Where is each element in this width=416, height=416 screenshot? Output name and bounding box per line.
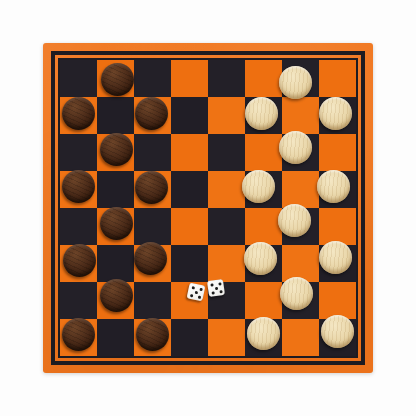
square-c2[interactable]: [134, 282, 171, 319]
square-h5[interactable]: [319, 171, 356, 208]
light-checker-piece[interactable]: [278, 204, 311, 237]
square-g4[interactable]: [282, 208, 319, 245]
scene: [0, 0, 416, 416]
checkers-mat: [43, 43, 373, 373]
square-c7[interactable]: [134, 97, 171, 134]
square-b1[interactable]: [97, 319, 134, 356]
light-checker-piece[interactable]: [242, 170, 275, 203]
square-e3[interactable]: [208, 245, 245, 282]
square-f8[interactable]: [245, 60, 282, 97]
square-e7[interactable]: [208, 97, 245, 134]
square-f7[interactable]: [245, 97, 282, 134]
square-g8[interactable]: [282, 60, 319, 97]
dark-checker-piece[interactable]: [63, 244, 96, 277]
light-checker-piece[interactable]: [279, 66, 312, 99]
light-checker-piece[interactable]: [319, 241, 352, 274]
dark-checker-piece[interactable]: [100, 207, 133, 240]
square-g2[interactable]: [282, 282, 319, 319]
dark-checker-piece[interactable]: [135, 171, 168, 204]
square-d6[interactable]: [171, 134, 208, 171]
square-a8[interactable]: [60, 60, 97, 97]
square-g5[interactable]: [282, 171, 319, 208]
square-g7[interactable]: [282, 97, 319, 134]
square-b8[interactable]: [97, 60, 134, 97]
square-e8[interactable]: [208, 60, 245, 97]
square-d5[interactable]: [171, 171, 208, 208]
square-e1[interactable]: [208, 319, 245, 356]
die-2-showing-5[interactable]: [207, 279, 225, 297]
square-b6[interactable]: [97, 134, 134, 171]
square-a4[interactable]: [60, 208, 97, 245]
dark-checker-piece[interactable]: [62, 97, 95, 130]
square-d4[interactable]: [171, 208, 208, 245]
square-b5[interactable]: [97, 171, 134, 208]
square-c1[interactable]: [134, 319, 171, 356]
square-d7[interactable]: [171, 97, 208, 134]
light-checker-piece[interactable]: [279, 131, 312, 164]
die-pip: [219, 290, 222, 293]
dark-checker-piece[interactable]: [100, 279, 133, 312]
light-checker-piece[interactable]: [321, 315, 354, 348]
square-b3[interactable]: [97, 245, 134, 282]
square-a7[interactable]: [60, 97, 97, 134]
square-f1[interactable]: [245, 319, 282, 356]
dark-checker-piece[interactable]: [134, 242, 167, 275]
square-c5[interactable]: [134, 171, 171, 208]
square-a6[interactable]: [60, 134, 97, 171]
square-b4[interactable]: [97, 208, 134, 245]
square-c3[interactable]: [134, 245, 171, 282]
square-b7[interactable]: [97, 97, 134, 134]
light-checker-piece[interactable]: [280, 277, 313, 310]
square-d1[interactable]: [171, 319, 208, 356]
checkerboard: [60, 60, 356, 356]
light-checker-piece[interactable]: [244, 242, 277, 275]
square-c6[interactable]: [134, 134, 171, 171]
die-pip: [197, 295, 201, 299]
square-h8[interactable]: [319, 60, 356, 97]
square-a5[interactable]: [60, 171, 97, 208]
square-g3[interactable]: [282, 245, 319, 282]
square-a3[interactable]: [60, 245, 97, 282]
light-checker-piece[interactable]: [317, 170, 350, 203]
dark-checker-piece[interactable]: [136, 318, 169, 351]
square-a1[interactable]: [60, 319, 97, 356]
square-f6[interactable]: [245, 134, 282, 171]
die-1-showing-5[interactable]: [187, 283, 206, 302]
square-h4[interactable]: [319, 208, 356, 245]
dark-checker-piece[interactable]: [101, 63, 134, 96]
square-g1[interactable]: [282, 319, 319, 356]
square-f3[interactable]: [245, 245, 282, 282]
square-h1[interactable]: [319, 319, 356, 356]
square-h2[interactable]: [319, 282, 356, 319]
square-h7[interactable]: [319, 97, 356, 134]
dark-checker-piece[interactable]: [135, 97, 168, 130]
square-c4[interactable]: [134, 208, 171, 245]
square-f5[interactable]: [245, 171, 282, 208]
square-e6[interactable]: [208, 134, 245, 171]
square-d3[interactable]: [171, 245, 208, 282]
dark-checker-piece[interactable]: [100, 133, 133, 166]
square-g6[interactable]: [282, 134, 319, 171]
square-f2[interactable]: [245, 282, 282, 319]
square-d8[interactable]: [171, 60, 208, 97]
square-e5[interactable]: [208, 171, 245, 208]
square-b2[interactable]: [97, 282, 134, 319]
square-h3[interactable]: [319, 245, 356, 282]
square-c8[interactable]: [134, 60, 171, 97]
light-checker-piece[interactable]: [245, 97, 278, 130]
dark-checker-piece[interactable]: [62, 318, 95, 351]
light-checker-piece[interactable]: [319, 97, 352, 130]
square-a2[interactable]: [60, 282, 97, 319]
dark-checker-piece[interactable]: [62, 170, 95, 203]
square-h6[interactable]: [319, 134, 356, 171]
light-checker-piece[interactable]: [247, 317, 280, 350]
square-e4[interactable]: [208, 208, 245, 245]
square-f4[interactable]: [245, 208, 282, 245]
